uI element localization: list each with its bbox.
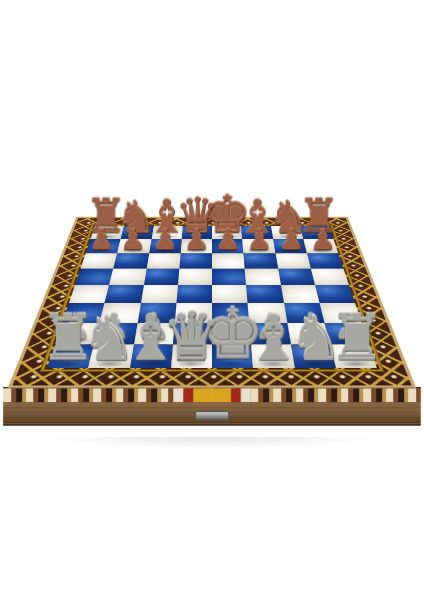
board-mosaic-border: ♜♞♝♛♚♝♞♜♟♟♟♟♟♟♟♟♟♟♟♟♟♟♟♟♜♞♝♛♚♝♞♜	[8, 217, 416, 388]
square-g6	[275, 253, 310, 268]
piece-white-knight: ♞	[288, 310, 343, 368]
square-b4	[105, 285, 144, 303]
marker-block	[183, 388, 193, 402]
square-e6	[212, 253, 245, 268]
square-h6	[307, 253, 344, 268]
square-a7: ♟	[86, 239, 121, 253]
square-b5	[109, 268, 146, 285]
product-photo: ♜♞♝♛♚♝♞♜♟♟♟♟♟♟♟♟♟♟♟♟♟♟♟♟♜♞♝♛♚♝♞♜	[0, 0, 424, 600]
front-center-marker	[173, 388, 251, 402]
piece-black-pawn: ♟	[278, 226, 304, 253]
square-d6	[179, 253, 212, 268]
square-h7: ♟	[303, 239, 338, 253]
square-d5	[178, 268, 212, 285]
board-squares: ♜♞♝♛♚♝♞♜♟♟♟♟♟♟♟♟♟♟♟♟♟♟♟♟♜♞♝♛♚♝♞♜	[47, 226, 377, 368]
marker-block	[193, 388, 212, 402]
square-f6	[244, 253, 278, 268]
piece-black-pawn: ♟	[183, 226, 209, 253]
piece-black-pawn: ♟	[89, 226, 115, 253]
marker-block	[241, 388, 251, 402]
piece-white-knight: ♞	[81, 310, 136, 368]
square-g1: ♞	[290, 344, 335, 368]
square-g5	[278, 268, 315, 285]
marker-block	[212, 388, 231, 402]
marker-block	[231, 388, 241, 402]
square-c7: ♟	[149, 239, 182, 253]
square-g4	[281, 285, 320, 303]
marker-block	[173, 388, 183, 402]
piece-black-pawn: ♟	[152, 226, 178, 253]
ground-shadow	[40, 437, 384, 449]
front-stripe-inlay	[3, 387, 421, 402]
piece-black-pawn: ♟	[120, 226, 146, 253]
square-b7: ♟	[117, 239, 151, 253]
square-g7: ♟	[273, 239, 307, 253]
square-c6	[146, 253, 180, 268]
square-c5	[144, 268, 180, 285]
box-clasp	[194, 411, 229, 421]
square-b1: ♞	[88, 344, 133, 368]
square-f7: ♟	[242, 239, 275, 253]
square-f5	[245, 268, 281, 285]
square-c1: ♝	[130, 344, 173, 368]
square-d7: ♟	[180, 239, 212, 253]
square-e7: ♟	[212, 239, 244, 253]
piece-black-pawn: ♟	[247, 226, 273, 253]
square-h5	[311, 268, 349, 285]
piece-black-pawn: ♟	[215, 226, 241, 253]
chess-scene: ♜♞♝♛♚♝♞♜♟♟♟♟♟♟♟♟♟♟♟♟♟♟♟♟♜♞♝♛♚♝♞♜	[0, 0, 424, 600]
box-side-wood	[3, 402, 421, 426]
square-e5	[212, 268, 246, 285]
square-a5	[75, 268, 113, 285]
chess-board: ♜♞♝♛♚♝♞♜♟♟♟♟♟♟♟♟♟♟♟♟♟♟♟♟♜♞♝♛♚♝♞♜	[8, 217, 416, 388]
square-a6	[81, 253, 118, 268]
square-b6	[113, 253, 148, 268]
box-front-face	[3, 387, 421, 422]
piece-black-pawn: ♟	[310, 226, 336, 253]
